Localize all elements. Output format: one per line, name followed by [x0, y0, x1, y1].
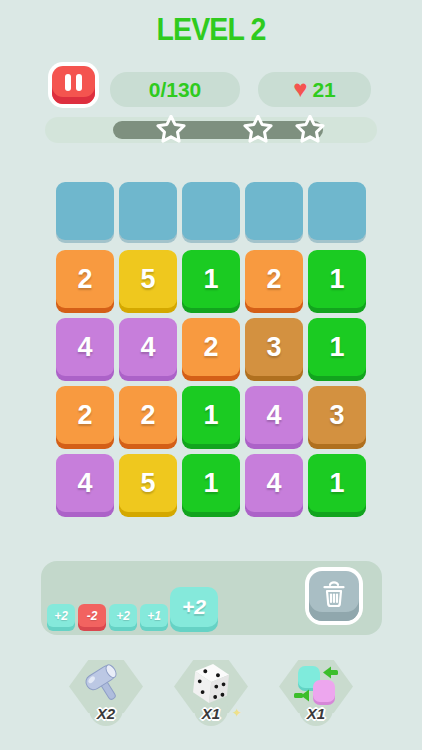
dice-icon — [187, 660, 235, 708]
board-tile-r5c5[interactable]: 1 — [308, 454, 366, 512]
trash-icon — [318, 578, 350, 610]
board-tile-r1c1[interactable] — [56, 182, 114, 240]
trash-button[interactable] — [305, 567, 363, 625]
queue-tile-2: -2 — [78, 604, 106, 627]
progress-star-icon — [243, 115, 273, 145]
current-tile[interactable]: +2 — [170, 587, 218, 627]
queue-tile-4: +1 — [140, 604, 168, 627]
lives-pill: ♥ 21 — [258, 72, 371, 107]
board-tile-r5c2[interactable]: 5 — [119, 454, 177, 512]
board-tile-r5c3[interactable]: 1 — [182, 454, 240, 512]
board-tile-r1c4[interactable] — [245, 182, 303, 240]
board-tile-r5c1[interactable]: 4 — [56, 454, 114, 512]
heart-icon: ♥ — [293, 77, 307, 101]
swap-icon — [292, 660, 340, 708]
board-tile-r3c4[interactable]: 3 — [245, 318, 303, 376]
board-tile-r2c5[interactable]: 1 — [308, 250, 366, 308]
board-tile-r1c5[interactable] — [308, 182, 366, 240]
tile-tray: +2-2+2+1 +2 — [41, 561, 382, 635]
sparkle-decoration: ✦ — [232, 706, 242, 720]
queue-tile-1: +2 — [47, 604, 75, 627]
board-tile-r4c5[interactable]: 3 — [308, 386, 366, 444]
game-screen: LEVEL 2 0/130 ♥ 21 25121442312214345141 … — [0, 0, 422, 750]
board-tile-r4c3[interactable]: 1 — [182, 386, 240, 444]
board-tile-r2c3[interactable]: 1 — [182, 250, 240, 308]
board-tile-r3c5[interactable]: 1 — [308, 318, 366, 376]
board-tile-r4c2[interactable]: 2 — [119, 386, 177, 444]
score-value: 0/130 — [149, 78, 202, 102]
pause-button[interactable] — [48, 62, 99, 108]
progress-star-icon — [295, 115, 325, 145]
queue-tile-3: +2 — [109, 604, 137, 627]
game-board: 25121442312214345141 — [56, 182, 366, 512]
board-tile-r3c3[interactable]: 2 — [182, 318, 240, 376]
swap-count: X1 — [274, 705, 358, 722]
board-tile-r2c1[interactable]: 2 — [56, 250, 114, 308]
booster-swap[interactable]: X1 — [274, 655, 358, 727]
booster-hammer[interactable]: X2 — [64, 655, 148, 727]
progress-star-icon — [156, 115, 186, 145]
board-tile-r2c2[interactable]: 5 — [119, 250, 177, 308]
progress-fill — [113, 121, 323, 139]
board-tile-r2c4[interactable]: 2 — [245, 250, 303, 308]
board-tile-r1c2[interactable] — [119, 182, 177, 240]
pause-icon — [52, 66, 95, 104]
hammer-count: X2 — [64, 705, 148, 722]
score-pill: 0/130 — [110, 72, 240, 107]
tile-queue: +2-2+2+1 — [47, 604, 168, 627]
hammer-icon — [82, 660, 130, 708]
board-tile-r3c2[interactable]: 4 — [119, 318, 177, 376]
board-tile-r4c1[interactable]: 2 — [56, 386, 114, 444]
level-title: LEVEL 2 — [17, 12, 405, 48]
board-tile-r3c1[interactable]: 4 — [56, 318, 114, 376]
board-tile-r5c4[interactable]: 4 — [245, 454, 303, 512]
progress-bar — [45, 117, 377, 143]
lives-value: 21 — [312, 78, 335, 102]
board-tile-r1c3[interactable] — [182, 182, 240, 240]
board-tile-r4c4[interactable]: 4 — [245, 386, 303, 444]
